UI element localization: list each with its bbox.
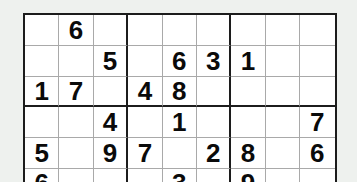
cell-r5c8[interactable] [266, 138, 300, 169]
cell-r1c2[interactable]: 6 [59, 15, 93, 46]
cell-r6c2[interactable] [59, 169, 93, 182]
given-digit: 2 [206, 140, 220, 166]
given-digit: 4 [103, 109, 117, 135]
cell-r1c9[interactable] [300, 15, 334, 46]
cell-r4c5[interactable]: 1 [163, 107, 197, 138]
cell-r3c3[interactable] [94, 77, 128, 108]
cell-r5c9[interactable]: 6 [300, 138, 334, 169]
given-digit: 5 [34, 140, 48, 166]
sudoku-screenshot: 656311748417597286639 [0, 0, 357, 182]
given-digit: 6 [172, 48, 186, 74]
given-digit: 7 [69, 78, 83, 104]
given-digit: 9 [241, 170, 255, 182]
cell-r5c4[interactable]: 7 [128, 138, 162, 169]
cell-r2c7[interactable]: 1 [231, 46, 265, 77]
cell-r1c1[interactable] [25, 15, 59, 46]
cell-r4c4[interactable] [128, 107, 162, 138]
cell-r5c2[interactable] [59, 138, 93, 169]
given-digit: 8 [241, 140, 255, 166]
cell-r2c3[interactable]: 5 [94, 46, 128, 77]
given-digit: 7 [138, 140, 152, 166]
cell-r6c4[interactable] [128, 169, 162, 182]
cell-r6c8[interactable] [266, 169, 300, 182]
cell-r4c2[interactable] [59, 107, 93, 138]
cell-r2c4[interactable] [128, 46, 162, 77]
given-digit: 6 [310, 140, 324, 166]
given-digit: 3 [206, 48, 220, 74]
cell-r5c3[interactable]: 9 [94, 138, 128, 169]
given-digit: 7 [310, 109, 324, 135]
cell-r4c8[interactable] [266, 107, 300, 138]
cell-r2c8[interactable] [266, 46, 300, 77]
sudoku-board: 656311748417597286639 [23, 13, 337, 182]
cell-r1c5[interactable] [163, 15, 197, 46]
cell-r3c8[interactable] [266, 77, 300, 108]
cell-r4c9[interactable]: 7 [300, 107, 334, 138]
cell-r3c2[interactable]: 7 [59, 77, 93, 108]
cell-r5c5[interactable] [163, 138, 197, 169]
cell-r3c4[interactable]: 4 [128, 77, 162, 108]
cell-r4c6[interactable] [197, 107, 231, 138]
cell-r6c1[interactable]: 6 [25, 169, 59, 182]
cell-r3c6[interactable] [197, 77, 231, 108]
cell-r3c1[interactable]: 1 [25, 77, 59, 108]
given-digit: 4 [138, 78, 152, 104]
given-digit: 8 [172, 78, 186, 104]
cell-r2c1[interactable] [25, 46, 59, 77]
cell-r6c6[interactable] [197, 169, 231, 182]
cell-r6c7[interactable]: 9 [231, 169, 265, 182]
cell-r1c8[interactable] [266, 15, 300, 46]
given-digit: 1 [34, 78, 48, 104]
cell-r5c6[interactable]: 2 [197, 138, 231, 169]
cell-r5c7[interactable]: 8 [231, 138, 265, 169]
cell-r2c5[interactable]: 6 [163, 46, 197, 77]
cell-r1c7[interactable] [231, 15, 265, 46]
cell-r3c9[interactable] [300, 77, 334, 108]
cell-r1c3[interactable] [94, 15, 128, 46]
cell-r2c2[interactable] [59, 46, 93, 77]
cell-r4c1[interactable] [25, 107, 59, 138]
cell-r6c5[interactable]: 3 [163, 169, 197, 182]
cell-r6c3[interactable] [94, 169, 128, 182]
cell-r2c9[interactable] [300, 46, 334, 77]
cell-r1c4[interactable] [128, 15, 162, 46]
cell-r6c9[interactable] [300, 169, 334, 182]
cell-r2c6[interactable]: 3 [197, 46, 231, 77]
cell-r4c3[interactable]: 4 [94, 107, 128, 138]
given-digit: 1 [172, 109, 186, 135]
given-digit: 5 [103, 48, 117, 74]
given-digit: 6 [34, 170, 48, 182]
cell-r3c5[interactable]: 8 [163, 77, 197, 108]
cell-r1c6[interactable] [197, 15, 231, 46]
cell-r5c1[interactable]: 5 [25, 138, 59, 169]
given-digit: 6 [69, 17, 83, 43]
given-digit: 9 [103, 140, 117, 166]
given-digit: 3 [172, 170, 186, 182]
given-digit: 1 [241, 48, 255, 74]
cell-r4c7[interactable] [231, 107, 265, 138]
cell-r3c7[interactable] [231, 77, 265, 108]
